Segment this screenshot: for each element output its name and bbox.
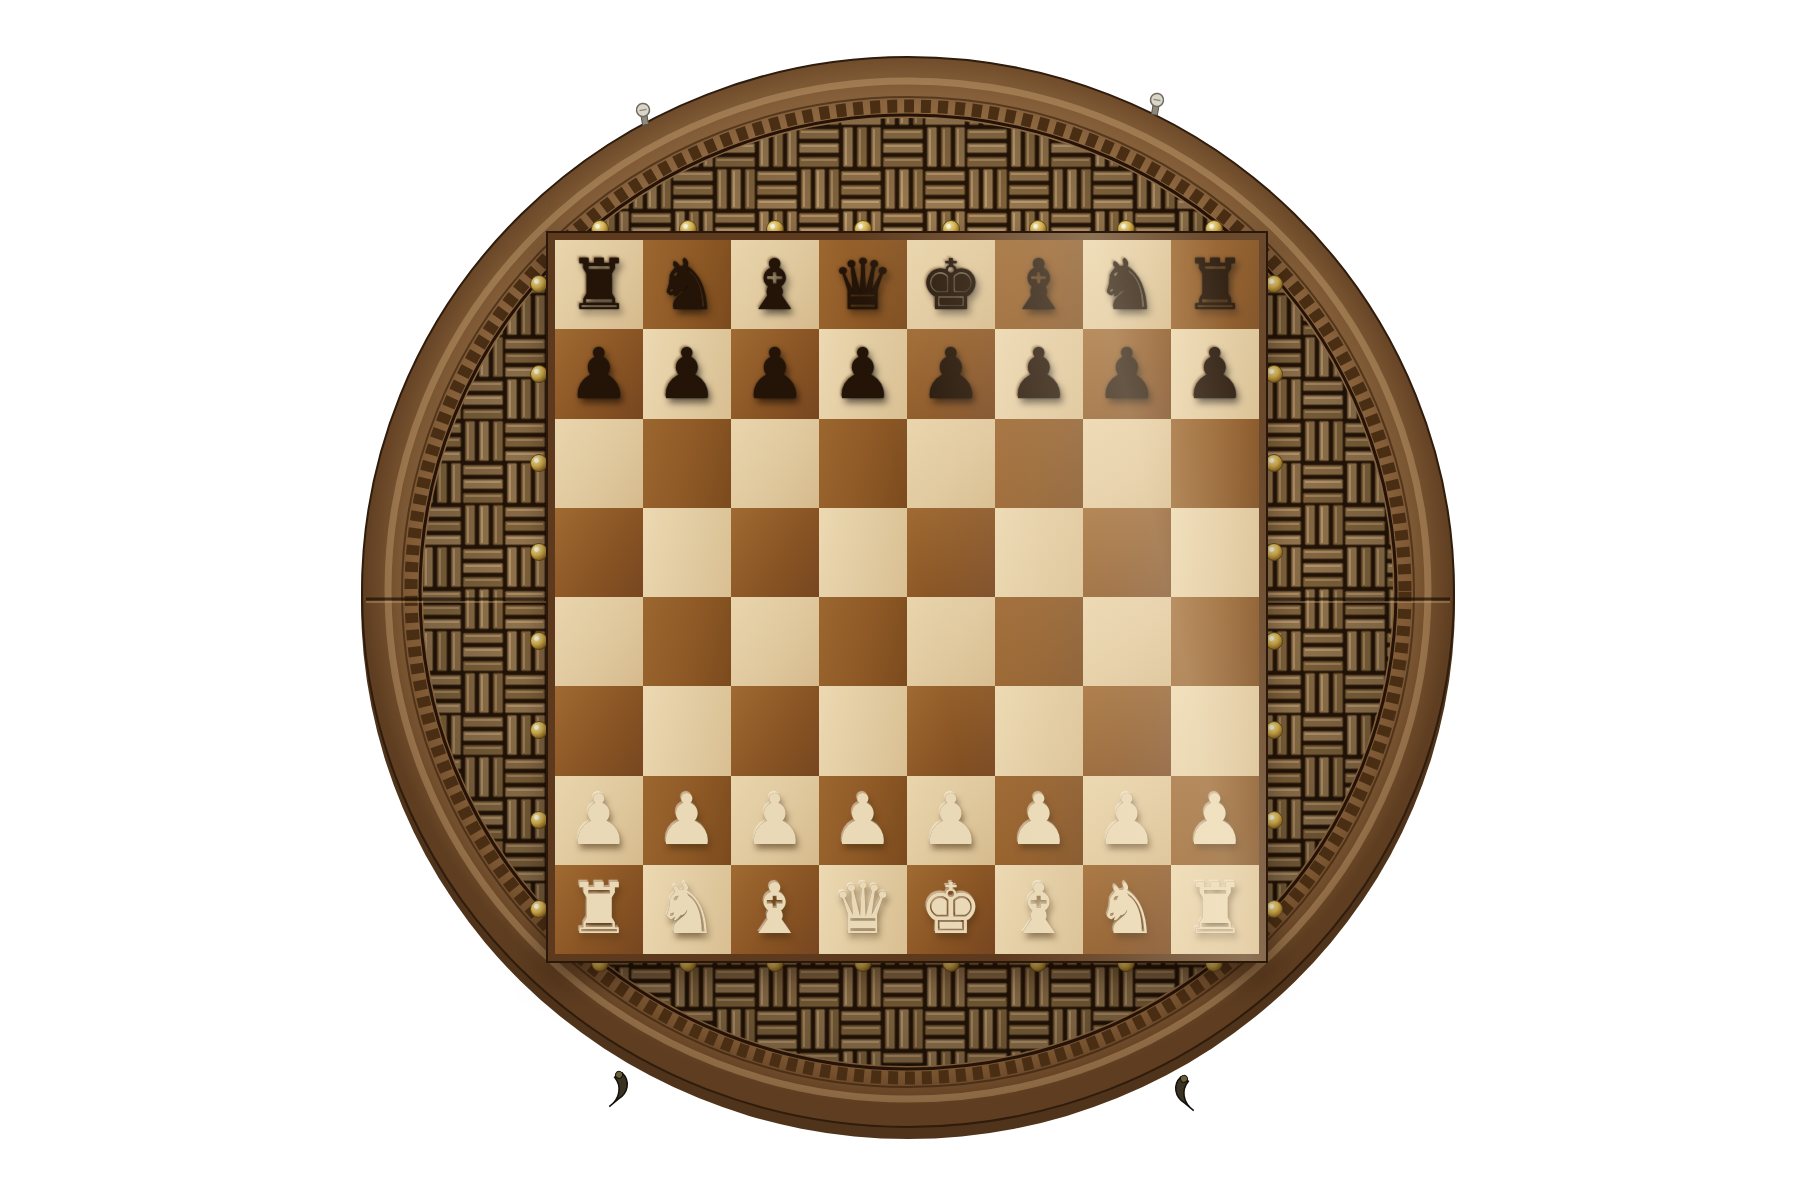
square-d2[interactable]: ♟ bbox=[819, 776, 907, 865]
brass-tack-icon bbox=[531, 276, 548, 293]
square-g7[interactable]: ♟ bbox=[1083, 329, 1171, 418]
square-b6[interactable] bbox=[643, 419, 731, 508]
square-f8[interactable]: ♝ bbox=[995, 240, 1083, 329]
brass-tack-highlight bbox=[595, 224, 600, 229]
brass-tack-highlight bbox=[534, 547, 539, 552]
piece-white-pawn-e2[interactable]: ♟ bbox=[907, 776, 995, 865]
piece-white-pawn-a2[interactable]: ♟ bbox=[555, 776, 643, 865]
square-c5[interactable] bbox=[731, 508, 819, 597]
brass-tack-highlight bbox=[1033, 224, 1038, 229]
square-b8[interactable]: ♞ bbox=[643, 240, 731, 329]
brass-tack-highlight bbox=[534, 815, 539, 820]
square-e6[interactable] bbox=[907, 419, 995, 508]
piece-black-bishop-f8[interactable]: ♝ bbox=[995, 240, 1083, 329]
piece-black-bishop-c8[interactable]: ♝ bbox=[731, 240, 819, 329]
square-f7[interactable]: ♟ bbox=[995, 329, 1083, 418]
square-a7[interactable]: ♟ bbox=[555, 329, 643, 418]
piece-black-pawn-a7[interactable]: ♟ bbox=[555, 329, 643, 418]
brass-tack-highlight bbox=[770, 224, 775, 229]
brass-tack-icon bbox=[531, 544, 548, 561]
square-h7[interactable]: ♟ bbox=[1171, 329, 1259, 418]
square-d5[interactable] bbox=[819, 508, 907, 597]
square-g3[interactable] bbox=[1083, 686, 1171, 775]
piece-black-rook-h8[interactable]: ♜ bbox=[1171, 240, 1259, 329]
brass-tack-icon bbox=[531, 366, 548, 383]
piece-white-rook-h1[interactable]: ♜ bbox=[1171, 865, 1259, 954]
brass-tack-icon bbox=[1266, 901, 1283, 918]
piece-black-knight-g8[interactable]: ♞ bbox=[1083, 240, 1171, 329]
square-h2[interactable]: ♟ bbox=[1171, 776, 1259, 865]
brass-tack-highlight bbox=[1209, 224, 1214, 229]
square-b2[interactable]: ♟ bbox=[643, 776, 731, 865]
square-b3[interactable] bbox=[643, 686, 731, 775]
piece-black-pawn-b7[interactable]: ♟ bbox=[643, 329, 731, 418]
piece-black-pawn-e7[interactable]: ♟ bbox=[907, 329, 995, 418]
brass-tack-highlight bbox=[534, 904, 539, 909]
brass-tack-icon bbox=[1266, 544, 1283, 561]
piece-white-queen-d1[interactable]: ♛ bbox=[819, 865, 907, 954]
square-b4[interactable] bbox=[643, 597, 731, 686]
square-d7[interactable]: ♟ bbox=[819, 329, 907, 418]
square-h8[interactable]: ♜ bbox=[1171, 240, 1259, 329]
piece-black-king-e8[interactable]: ♚ bbox=[907, 240, 995, 329]
piece-black-pawn-d7[interactable]: ♟ bbox=[819, 329, 907, 418]
brass-tack-highlight bbox=[1269, 458, 1274, 463]
square-e1[interactable]: ♚ bbox=[907, 865, 995, 954]
brass-tack-highlight bbox=[534, 369, 539, 374]
piece-white-bishop-c1[interactable]: ♝ bbox=[731, 865, 819, 954]
brass-tack-highlight bbox=[1269, 636, 1274, 641]
square-g4[interactable] bbox=[1083, 597, 1171, 686]
clasp-hook-icon bbox=[1171, 1074, 1201, 1114]
brass-tack-highlight bbox=[1121, 224, 1126, 229]
brass-tack-highlight bbox=[534, 279, 539, 284]
brass-tack-highlight bbox=[1269, 725, 1274, 730]
square-e4[interactable] bbox=[907, 597, 995, 686]
square-f5[interactable] bbox=[995, 508, 1083, 597]
square-c4[interactable] bbox=[731, 597, 819, 686]
square-h5[interactable] bbox=[1171, 508, 1259, 597]
brass-tack-highlight bbox=[1269, 904, 1274, 909]
brass-tack-icon bbox=[531, 901, 548, 918]
brass-tack-highlight bbox=[1269, 815, 1274, 820]
brass-tack-highlight bbox=[683, 224, 688, 229]
square-h1[interactable]: ♜ bbox=[1171, 865, 1259, 954]
square-f3[interactable] bbox=[995, 686, 1083, 775]
square-a4[interactable] bbox=[555, 597, 643, 686]
brass-tack-highlight bbox=[534, 725, 539, 730]
brass-tack-icon bbox=[531, 633, 548, 650]
square-c7[interactable]: ♟ bbox=[731, 329, 819, 418]
brass-tack-highlight bbox=[1269, 279, 1274, 284]
square-f2[interactable]: ♟ bbox=[995, 776, 1083, 865]
clasp-hook-icon bbox=[602, 1070, 632, 1110]
piece-white-knight-b1[interactable]: ♞ bbox=[643, 865, 731, 954]
brass-tack-icon bbox=[531, 722, 548, 739]
brass-tack-highlight bbox=[534, 458, 539, 463]
piece-white-pawn-h2[interactable]: ♟ bbox=[1171, 776, 1259, 865]
square-a3[interactable] bbox=[555, 686, 643, 775]
square-g1[interactable]: ♞ bbox=[1083, 865, 1171, 954]
chess-board: ♜♞♝♛♚♝♞♜♟♟♟♟♟♟♟♟♟♟♟♟♟♟♟♟♜♞♝♛♚♝♞♜ bbox=[548, 233, 1266, 961]
square-g6[interactable] bbox=[1083, 419, 1171, 508]
square-c8[interactable]: ♝ bbox=[731, 240, 819, 329]
piece-white-rook-a1[interactable]: ♜ bbox=[555, 865, 643, 954]
square-a8[interactable]: ♜ bbox=[555, 240, 643, 329]
piece-black-knight-b8[interactable]: ♞ bbox=[643, 240, 731, 329]
square-a2[interactable]: ♟ bbox=[555, 776, 643, 865]
piece-black-rook-a8[interactable]: ♜ bbox=[555, 240, 643, 329]
square-a6[interactable] bbox=[555, 419, 643, 508]
piece-white-pawn-f2[interactable]: ♟ bbox=[995, 776, 1083, 865]
brass-tack-icon bbox=[1266, 455, 1283, 472]
square-d8[interactable]: ♛ bbox=[819, 240, 907, 329]
brass-tack-icon bbox=[531, 455, 548, 472]
square-f6[interactable] bbox=[995, 419, 1083, 508]
brass-tack-highlight bbox=[1269, 369, 1274, 374]
brass-tack-highlight bbox=[1269, 547, 1274, 552]
brass-tack-icon bbox=[1266, 276, 1283, 293]
brass-tack-icon bbox=[1266, 633, 1283, 650]
square-b5[interactable] bbox=[643, 508, 731, 597]
piece-black-queen-d8[interactable]: ♛ bbox=[819, 240, 907, 329]
square-d1[interactable]: ♛ bbox=[819, 865, 907, 954]
square-g8[interactable]: ♞ bbox=[1083, 240, 1171, 329]
square-c1[interactable]: ♝ bbox=[731, 865, 819, 954]
piece-black-pawn-f7[interactable]: ♟ bbox=[995, 329, 1083, 418]
brass-tack-highlight bbox=[858, 224, 863, 229]
brass-tack-icon bbox=[1266, 812, 1283, 829]
square-b7[interactable]: ♟ bbox=[643, 329, 731, 418]
piece-white-pawn-b2[interactable]: ♟ bbox=[643, 776, 731, 865]
piece-white-pawn-g2[interactable]: ♟ bbox=[1083, 776, 1171, 865]
square-c2[interactable]: ♟ bbox=[731, 776, 819, 865]
square-e5[interactable] bbox=[907, 508, 995, 597]
piece-black-pawn-h7[interactable]: ♟ bbox=[1171, 329, 1259, 418]
piece-white-king-e1[interactable]: ♚ bbox=[907, 865, 995, 954]
piece-white-pawn-d2[interactable]: ♟ bbox=[819, 776, 907, 865]
brass-tack-highlight bbox=[534, 636, 539, 641]
square-e2[interactable]: ♟ bbox=[907, 776, 995, 865]
square-a5[interactable] bbox=[555, 508, 643, 597]
piece-white-knight-g1[interactable]: ♞ bbox=[1083, 865, 1171, 954]
square-a1[interactable]: ♜ bbox=[555, 865, 643, 954]
square-g2[interactable]: ♟ bbox=[1083, 776, 1171, 865]
square-d4[interactable] bbox=[819, 597, 907, 686]
brass-tack-icon bbox=[1266, 366, 1283, 383]
piece-black-pawn-g7[interactable]: ♟ bbox=[1083, 329, 1171, 418]
square-c3[interactable] bbox=[731, 686, 819, 775]
square-h3[interactable] bbox=[1171, 686, 1259, 775]
square-g5[interactable] bbox=[1083, 508, 1171, 597]
square-b1[interactable]: ♞ bbox=[643, 865, 731, 954]
square-d3[interactable] bbox=[819, 686, 907, 775]
piece-white-bishop-f1[interactable]: ♝ bbox=[995, 865, 1083, 954]
square-d6[interactable] bbox=[819, 419, 907, 508]
brass-tack-icon bbox=[1266, 722, 1283, 739]
square-h4[interactable] bbox=[1171, 597, 1259, 686]
piece-black-pawn-c7[interactable]: ♟ bbox=[731, 329, 819, 418]
brass-tack-highlight bbox=[946, 224, 951, 229]
square-e7[interactable]: ♟ bbox=[907, 329, 995, 418]
piece-white-pawn-c2[interactable]: ♟ bbox=[731, 776, 819, 865]
square-f1[interactable]: ♝ bbox=[995, 865, 1083, 954]
product-photo-round-chess-board: ♜♞♝♛♚♝♞♜♟♟♟♟♟♟♟♟♟♟♟♟♟♟♟♟♜♞♝♛♚♝♞♜ bbox=[0, 0, 1800, 1200]
brass-tack-icon bbox=[531, 812, 548, 829]
square-e8[interactable]: ♚ bbox=[907, 240, 995, 329]
square-c6[interactable] bbox=[731, 419, 819, 508]
square-h6[interactable] bbox=[1171, 419, 1259, 508]
square-f4[interactable] bbox=[995, 597, 1083, 686]
square-e3[interactable] bbox=[907, 686, 995, 775]
